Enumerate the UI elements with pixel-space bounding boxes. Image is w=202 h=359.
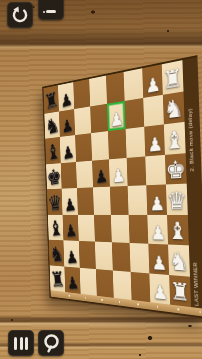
magnifier-icon [40, 332, 62, 354]
square-a6[interactable] [80, 267, 97, 295]
square-g2[interactable] [143, 94, 164, 126]
square-a4[interactable] [113, 270, 132, 300]
white-king[interactable]: ♚ [165, 157, 186, 182]
black-pawn[interactable]: ♟ [63, 195, 77, 213]
square-a3[interactable] [131, 271, 151, 302]
square-f2[interactable]: ♟ [144, 124, 165, 156]
black-knight[interactable]: ♞ [44, 114, 60, 138]
black-pawn[interactable]: ♟ [65, 248, 79, 265]
square-h1[interactable]: ♜ [162, 60, 184, 94]
square-f6[interactable] [75, 133, 92, 161]
undo-button[interactable] [7, 2, 33, 28]
square-f4[interactable] [108, 129, 127, 159]
square-f7[interactable]: ♟ [60, 135, 76, 163]
square-c3[interactable] [129, 214, 149, 243]
square-a2[interactable]: ♟ [149, 273, 170, 305]
app-screen: ♜♟♟♜♞♟♟♞♝♟♟♝♚♟♟♚♛♟♟♛♝♟♟♝♞♟♟♞♜♟♟♜ 2. Blac… [0, 0, 202, 359]
black-pawn[interactable]: ♟ [66, 274, 80, 291]
square-d7[interactable]: ♟ [62, 188, 78, 214]
square-d4[interactable] [110, 186, 129, 214]
square-b1[interactable]: ♞ [168, 245, 190, 277]
square-c5[interactable] [94, 214, 112, 242]
black-pawn[interactable]: ♟ [94, 167, 109, 186]
white-pawn[interactable]: ♟ [147, 134, 163, 155]
white-rook[interactable]: ♜ [169, 279, 190, 305]
square-b3[interactable] [130, 243, 150, 273]
square-e7[interactable] [61, 162, 77, 189]
square-e1[interactable]: ♚ [165, 153, 187, 185]
square-c2[interactable]: ♟ [147, 214, 168, 244]
square-d5[interactable] [93, 187, 111, 215]
square-a8[interactable]: ♜ [50, 265, 66, 292]
black-rook[interactable]: ♜ [49, 269, 66, 290]
square-h8[interactable]: ♜ [43, 85, 58, 113]
square-b4[interactable] [112, 242, 131, 271]
undo-arrow-icon [11, 6, 30, 25]
square-c6[interactable] [78, 214, 95, 241]
white-knight[interactable]: ♞ [163, 95, 184, 122]
white-rook[interactable]: ♜ [162, 65, 183, 93]
square-d3[interactable] [128, 185, 148, 214]
square-f3[interactable] [126, 127, 146, 158]
white-pawn[interactable]: ♟ [150, 223, 166, 242]
square-h5[interactable] [89, 76, 107, 106]
square-d8[interactable]: ♛ [47, 189, 63, 215]
square-h7[interactable]: ♟ [58, 82, 74, 111]
square-d2[interactable]: ♟ [146, 184, 167, 214]
bar-icon [46, 10, 56, 14]
square-g3[interactable] [125, 97, 145, 128]
square-g6[interactable] [74, 106, 91, 135]
square-e4[interactable]: ♟ [109, 157, 128, 186]
square-e3[interactable] [127, 156, 147, 186]
white-pawn[interactable]: ♟ [144, 74, 160, 96]
white-pawn[interactable]: ♟ [152, 282, 168, 302]
black-king[interactable]: ♚ [46, 166, 63, 189]
white-bishop[interactable]: ♝ [167, 219, 188, 244]
secondary-button[interactable] [38, 0, 64, 20]
square-a1[interactable]: ♜ [169, 275, 191, 308]
white-pawn[interactable]: ♟ [151, 253, 167, 273]
white-pawn[interactable]: ♟ [109, 109, 124, 129]
white-bishop[interactable]: ♝ [164, 126, 185, 152]
square-h6[interactable] [73, 79, 90, 109]
square-e2[interactable] [145, 154, 166, 185]
white-pawn[interactable]: ♟ [149, 193, 165, 212]
square-g1[interactable]: ♞ [163, 91, 185, 124]
square-b6[interactable] [79, 241, 96, 269]
square-a5[interactable] [96, 269, 114, 298]
black-pawn[interactable]: ♟ [60, 116, 74, 135]
square-b5[interactable] [95, 242, 113, 270]
square-b8[interactable]: ♞ [49, 240, 65, 266]
menu-bars-icon [14, 337, 28, 350]
square-a7[interactable]: ♟ [64, 266, 80, 294]
square-c8[interactable]: ♝ [48, 214, 64, 240]
square-d1[interactable]: ♛ [166, 184, 188, 215]
board-grid: ♜♟♟♜♞♟♟♞♝♟♟♝♚♟♟♚♛♟♟♛♝♟♟♝♞♟♟♞♜♟♟♜ [43, 60, 191, 307]
square-h2[interactable]: ♟ [142, 64, 163, 97]
black-pawn[interactable]: ♟ [61, 143, 75, 162]
square-b7[interactable]: ♟ [63, 240, 79, 267]
magnifier-button[interactable] [38, 330, 64, 356]
square-g8[interactable]: ♞ [44, 111, 59, 139]
black-queen[interactable]: ♛ [47, 191, 64, 213]
square-e5[interactable]: ♟ [92, 159, 110, 187]
status-text: 2. Black move (delay) [186, 72, 198, 172]
black-knight[interactable]: ♞ [48, 243, 65, 264]
black-pawn[interactable]: ♟ [64, 222, 78, 240]
square-f5[interactable] [91, 131, 109, 160]
square-e8[interactable]: ♚ [46, 163, 62, 189]
square-h4[interactable] [106, 72, 125, 103]
square-g7[interactable]: ♟ [59, 109, 75, 137]
chess-board[interactable]: ♜♟♟♜♞♟♟♞♝♟♟♝♚♟♟♚♛♟♟♛♝♟♟♝♞♟♟♞♜♟♟♜ 2. Blac… [42, 55, 202, 319]
black-pawn[interactable]: ♟ [59, 90, 73, 110]
square-b2[interactable]: ♟ [148, 244, 169, 275]
square-g4[interactable]: ♟ [107, 100, 126, 131]
square-c1[interactable]: ♝ [167, 214, 189, 245]
square-e6[interactable] [76, 160, 93, 188]
white-queen[interactable]: ♛ [166, 188, 187, 213]
square-g5[interactable] [90, 103, 108, 133]
square-h3[interactable] [124, 68, 144, 100]
black-bishop[interactable]: ♝ [45, 140, 62, 163]
square-c4[interactable] [111, 214, 130, 242]
footer-text: LAST WINNER [191, 215, 202, 306]
square-f1[interactable]: ♝ [164, 122, 186, 155]
white-pawn[interactable]: ♟ [111, 166, 126, 185]
square-f8[interactable]: ♝ [45, 137, 60, 164]
white-knight[interactable]: ♞ [168, 249, 189, 274]
black-bishop[interactable]: ♝ [47, 217, 64, 239]
square-c7[interactable]: ♟ [63, 214, 79, 240]
board-main: ♜♟♟♜♞♟♟♞♝♟♟♝♚♟♟♚♛♟♟♛♝♟♟♝♞♟♟♞♜♟♟♜ 2. Blac… [43, 57, 202, 309]
menu-button[interactable] [8, 330, 34, 356]
black-rook[interactable]: ♜ [43, 88, 59, 112]
square-d6[interactable] [77, 187, 94, 214]
